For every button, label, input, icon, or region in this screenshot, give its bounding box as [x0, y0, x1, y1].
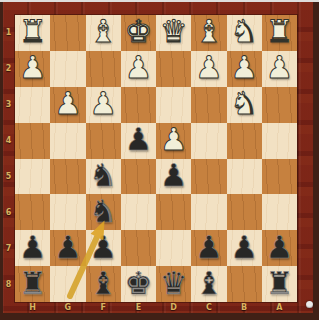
square-a8[interactable]: ♜ [262, 266, 297, 302]
black-knight[interactable]: ♞ [89, 196, 117, 227]
square-c3[interactable] [191, 87, 226, 123]
rank-label-8: 8 [3, 266, 14, 302]
white-rook[interactable]: ♜ [265, 16, 293, 47]
rank-label-5: 5 [3, 159, 14, 195]
square-c5[interactable] [191, 159, 226, 195]
black-pawn[interactable]: ♟ [230, 232, 258, 263]
square-b4[interactable] [227, 123, 262, 159]
white-pawn[interactable]: ♟ [124, 52, 152, 83]
rank-label-4: 4 [3, 123, 14, 159]
square-a7[interactable]: ♟ [262, 230, 297, 266]
square-b3[interactable]: ♞ [227, 87, 262, 123]
square-g5[interactable] [50, 159, 85, 195]
black-queen[interactable]: ♛ [160, 268, 188, 299]
square-d3[interactable] [156, 87, 191, 123]
square-e5[interactable] [121, 159, 156, 195]
file-label-a: A [262, 302, 297, 313]
file-label-d: D [156, 302, 191, 313]
frame-bottom-edge [0, 313, 319, 320]
white-rook[interactable]: ♜ [19, 16, 47, 47]
square-a2[interactable]: ♟ [262, 51, 297, 87]
white-knight[interactable]: ♞ [230, 16, 258, 47]
file-label-e: E [121, 302, 156, 313]
chess-app-window: ♜♝♚♛♝♞♜♟♟♟♟♟♟♟♞♟♟♞♟♞♟♟♟♟♟♟♜♝♚♛♝♜ 1234567… [0, 0, 319, 320]
black-bishop[interactable]: ♝ [195, 268, 223, 299]
square-e2[interactable]: ♟ [121, 51, 156, 87]
square-e3[interactable] [121, 87, 156, 123]
square-g2[interactable] [50, 51, 85, 87]
square-f2[interactable] [86, 51, 121, 87]
rank-label-6: 6 [3, 194, 14, 230]
square-c4[interactable] [191, 123, 226, 159]
square-f4[interactable] [86, 123, 121, 159]
square-e8[interactable]: ♚ [121, 266, 156, 302]
square-h3[interactable] [15, 87, 50, 123]
black-rook[interactable]: ♜ [265, 268, 293, 299]
square-b7[interactable]: ♟ [227, 230, 262, 266]
square-c1[interactable]: ♝ [191, 15, 226, 51]
white-pawn[interactable]: ♟ [54, 88, 82, 119]
square-b8[interactable] [227, 266, 262, 302]
square-h6[interactable] [15, 194, 50, 230]
square-e7[interactable] [121, 230, 156, 266]
black-pawn[interactable]: ♟ [19, 232, 47, 263]
black-pawn[interactable]: ♟ [54, 232, 82, 263]
frame-right-edge [313, 2, 319, 320]
white-pawn[interactable]: ♟ [160, 124, 188, 155]
white-knight[interactable]: ♞ [230, 88, 258, 119]
square-h4[interactable] [15, 123, 50, 159]
square-a3[interactable] [262, 87, 297, 123]
square-e6[interactable] [121, 194, 156, 230]
white-pawn[interactable]: ♟ [230, 52, 258, 83]
square-b2[interactable]: ♟ [227, 51, 262, 87]
square-h7[interactable]: ♟ [15, 230, 50, 266]
white-pawn[interactable]: ♟ [89, 88, 117, 119]
black-pawn[interactable]: ♟ [195, 232, 223, 263]
chess-board: ♜♝♚♛♝♞♜♟♟♟♟♟♟♟♞♟♟♞♟♞♟♟♟♟♟♟♜♝♚♛♝♜ [15, 15, 297, 302]
square-e4[interactable]: ♟ [121, 123, 156, 159]
square-f8[interactable]: ♝ [86, 266, 121, 302]
square-a4[interactable] [262, 123, 297, 159]
white-queen[interactable]: ♛ [160, 16, 188, 47]
rank-label-2: 2 [3, 51, 14, 87]
file-label-b: B [227, 302, 262, 313]
square-g3[interactable]: ♟ [50, 87, 85, 123]
black-knight[interactable]: ♞ [89, 160, 117, 191]
file-label-f: F [86, 302, 121, 313]
rank-label-3: 3 [3, 87, 14, 123]
square-b1[interactable]: ♞ [227, 15, 262, 51]
square-f6[interactable]: ♞ [86, 194, 121, 230]
square-d6[interactable] [156, 194, 191, 230]
square-d8[interactable]: ♛ [156, 266, 191, 302]
black-pawn[interactable]: ♟ [124, 124, 152, 155]
file-label-h: H [15, 302, 50, 313]
square-b5[interactable] [227, 159, 262, 195]
black-king[interactable]: ♚ [124, 268, 152, 299]
square-h8[interactable]: ♜ [15, 266, 50, 302]
square-h1[interactable]: ♜ [15, 15, 50, 51]
square-a1[interactable]: ♜ [262, 15, 297, 51]
square-h2[interactable]: ♟ [15, 51, 50, 87]
file-label-c: C [191, 302, 226, 313]
square-f3[interactable]: ♟ [86, 87, 121, 123]
white-bishop[interactable]: ♝ [195, 16, 223, 47]
square-g7[interactable]: ♟ [50, 230, 85, 266]
square-c6[interactable] [191, 194, 226, 230]
square-d4[interactable]: ♟ [156, 123, 191, 159]
square-d7[interactable] [156, 230, 191, 266]
square-d5[interactable]: ♟ [156, 159, 191, 195]
rank-label-1: 1 [3, 15, 14, 51]
square-g1[interactable] [50, 15, 85, 51]
square-e1[interactable]: ♚ [121, 15, 156, 51]
black-bishop[interactable]: ♝ [89, 268, 117, 299]
white-king[interactable]: ♚ [124, 16, 152, 47]
square-c8[interactable]: ♝ [191, 266, 226, 302]
black-pawn[interactable]: ♟ [160, 160, 188, 191]
square-f5[interactable]: ♞ [86, 159, 121, 195]
frame-top-highlight [0, 0, 319, 2]
square-c7[interactable]: ♟ [191, 230, 226, 266]
square-d2[interactable] [156, 51, 191, 87]
black-rook[interactable]: ♜ [19, 268, 47, 299]
square-c2[interactable]: ♟ [191, 51, 226, 87]
square-g4[interactable] [50, 123, 85, 159]
square-g8[interactable] [50, 266, 85, 302]
white-pawn[interactable]: ♟ [265, 52, 293, 83]
square-f7[interactable]: ♟ [86, 230, 121, 266]
square-f1[interactable]: ♝ [86, 15, 121, 51]
white-pawn[interactable]: ♟ [19, 52, 47, 83]
square-b6[interactable] [227, 194, 262, 230]
square-d1[interactable]: ♛ [156, 15, 191, 51]
square-h5[interactable] [15, 159, 50, 195]
white-bishop[interactable]: ♝ [89, 16, 117, 47]
black-pawn[interactable]: ♟ [265, 232, 293, 263]
square-a6[interactable] [262, 194, 297, 230]
square-a5[interactable] [262, 159, 297, 195]
rank-label-7: 7 [3, 230, 14, 266]
white-pawn[interactable]: ♟ [195, 52, 223, 83]
file-label-g: G [50, 302, 85, 313]
side-to-move-indicator [306, 301, 313, 308]
square-g6[interactable] [50, 194, 85, 230]
black-pawn[interactable]: ♟ [89, 232, 117, 263]
